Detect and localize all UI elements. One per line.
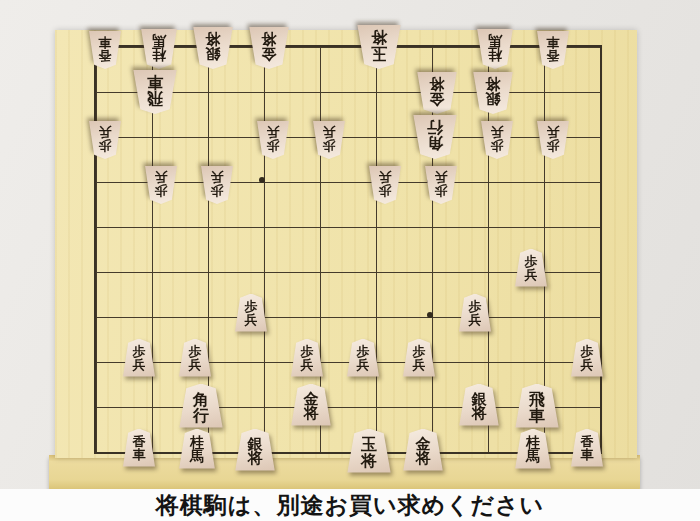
piece-body: 歩兵 xyxy=(346,339,380,377)
piece-body: 桂馬 xyxy=(178,429,216,469)
piece-kanji: 歩兵 xyxy=(267,125,280,154)
caption-text: 将棋駒は、別途お買い求めください xyxy=(156,490,544,521)
piece-body: 歩兵 xyxy=(234,294,268,332)
piece-kanji: 玉将 xyxy=(361,433,377,468)
piece-body: 飛車 xyxy=(514,384,560,428)
piece-body: 桂馬 xyxy=(514,429,552,469)
piece-kanji: 歩兵 xyxy=(189,343,202,372)
caption-band: 将棋駒は、別途お買い求めください xyxy=(0,489,700,521)
piece-kanji: 角行 xyxy=(193,388,209,423)
piece-kanji: 歩兵 xyxy=(323,125,336,154)
piece-kanji: 銀将 xyxy=(248,433,263,466)
piece-body: 歩兵 xyxy=(480,121,514,159)
piece-kanji: 歩兵 xyxy=(491,125,504,154)
piece-body: 歩兵 xyxy=(200,166,234,204)
piece-body: 歩兵 xyxy=(256,121,290,159)
piece-body: 金将 xyxy=(416,72,458,114)
piece-kanji: 飛車 xyxy=(147,74,163,109)
shogi-board: 香車桂馬銀将金将玉将桂馬香車飛車金将銀将歩兵歩兵歩兵角行歩兵歩兵歩兵歩兵歩兵歩兵… xyxy=(55,30,637,458)
piece-body: 歩兵 xyxy=(144,166,178,204)
piece-kanji: 桂馬 xyxy=(526,433,540,464)
piece-kanji: 歩兵 xyxy=(133,343,146,372)
piece-kanji: 歩兵 xyxy=(211,170,224,199)
piece-body: 銀将 xyxy=(472,72,514,114)
piece-kanji: 歩兵 xyxy=(379,170,392,199)
piece-body: 桂馬 xyxy=(476,29,514,69)
piece-body: 銀将 xyxy=(458,384,500,426)
piece-body: 歩兵 xyxy=(368,166,402,204)
piece-kanji: 金将 xyxy=(430,76,445,109)
piece-body: 歩兵 xyxy=(424,166,458,204)
piece-kanji: 桂馬 xyxy=(190,433,204,464)
piece-body: 香車 xyxy=(122,429,156,467)
piece-body: 玉将 xyxy=(356,25,402,69)
piece-kanji: 歩兵 xyxy=(547,125,560,154)
piece-kanji: 香車 xyxy=(133,433,146,462)
piece-kanji: 香車 xyxy=(581,433,594,462)
piece-body: 角行 xyxy=(178,384,224,428)
hoshi-star-point xyxy=(259,177,265,183)
piece-body: 歩兵 xyxy=(536,121,570,159)
piece-body: 歩兵 xyxy=(178,339,212,377)
piece-kanji: 飛車 xyxy=(529,388,545,423)
piece-body: 歩兵 xyxy=(402,339,436,377)
piece-kanji: 歩兵 xyxy=(99,125,112,154)
piece-body: 銀将 xyxy=(234,429,276,471)
piece-kanji: 金将 xyxy=(304,388,319,421)
piece-body: 角行 xyxy=(412,115,458,159)
piece-kanji: 香車 xyxy=(99,35,112,64)
piece-body: 金将 xyxy=(248,27,290,69)
piece-kanji: 玉将 xyxy=(371,29,387,64)
piece-kanji: 桂馬 xyxy=(152,33,166,64)
piece-kanji: 金将 xyxy=(416,433,431,466)
piece-kanji: 銀将 xyxy=(206,31,221,64)
piece-body: 歩兵 xyxy=(122,339,156,377)
piece-body: 玉将 xyxy=(346,429,392,473)
piece-kanji: 歩兵 xyxy=(413,343,426,372)
piece-kanji: 角行 xyxy=(427,119,443,154)
piece-body: 歩兵 xyxy=(514,249,548,287)
piece-kanji: 桂馬 xyxy=(488,33,502,64)
piece-body: 香車 xyxy=(536,31,570,69)
piece-kanji: 歩兵 xyxy=(435,170,448,199)
piece-kanji: 銀将 xyxy=(486,76,501,109)
piece-body: 金将 xyxy=(402,429,444,471)
piece-kanji: 歩兵 xyxy=(469,298,482,327)
piece-kanji: 歩兵 xyxy=(357,343,370,372)
piece-kanji: 歩兵 xyxy=(525,253,538,282)
piece-kanji: 銀将 xyxy=(472,388,487,421)
piece-body: 歩兵 xyxy=(312,121,346,159)
piece-body: 銀将 xyxy=(192,27,234,69)
piece-kanji: 歩兵 xyxy=(155,170,168,199)
piece-kanji: 歩兵 xyxy=(581,343,594,372)
piece-body: 金将 xyxy=(290,384,332,426)
piece-body: 香車 xyxy=(88,31,122,69)
piece-kanji: 香車 xyxy=(547,35,560,64)
piece-body: 歩兵 xyxy=(458,294,492,332)
piece-body: 飛車 xyxy=(132,70,178,114)
hoshi-star-point xyxy=(427,312,433,318)
piece-kanji: 歩兵 xyxy=(245,298,258,327)
piece-body: 歩兵 xyxy=(290,339,324,377)
piece-body: 桂馬 xyxy=(140,29,178,69)
pieces-layer: 香車桂馬銀将金将玉将桂馬香車飛車金将銀将歩兵歩兵歩兵角行歩兵歩兵歩兵歩兵歩兵歩兵… xyxy=(94,45,598,450)
piece-body: 歩兵 xyxy=(88,121,122,159)
piece-kanji: 金将 xyxy=(262,31,277,64)
piece-kanji: 歩兵 xyxy=(301,343,314,372)
